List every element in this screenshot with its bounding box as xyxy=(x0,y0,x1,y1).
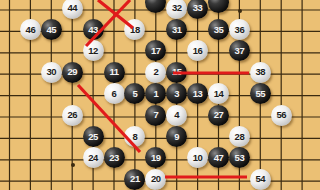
move-number: 19 xyxy=(151,153,161,163)
stone-b-25: 25 xyxy=(83,126,104,147)
move-number: 30 xyxy=(47,67,57,77)
move-number: 55 xyxy=(256,89,266,99)
stone-w-4: 4 xyxy=(166,105,187,126)
move-number: 36 xyxy=(235,25,245,35)
move-number: 27 xyxy=(214,110,224,120)
stone-b-23: 23 xyxy=(104,147,125,168)
move-number: 46 xyxy=(26,25,36,35)
move-number: 54 xyxy=(256,174,266,184)
move-number: 44 xyxy=(67,3,77,13)
move-number: 10 xyxy=(193,153,203,163)
stone-w-38: 38 xyxy=(250,62,271,83)
move-number: 17 xyxy=(151,46,161,56)
move-number: 8 xyxy=(132,132,137,142)
stone-w-30: 30 xyxy=(41,62,62,83)
move-number: 26 xyxy=(67,110,77,120)
move-number: 25 xyxy=(88,132,98,142)
move-number: 38 xyxy=(256,67,266,77)
move-number: 2 xyxy=(153,67,158,77)
stone-w-44: 44 xyxy=(62,0,83,19)
stone-b-35: 35 xyxy=(208,19,229,40)
move-number: 11 xyxy=(109,67,118,77)
move-number: 24 xyxy=(88,153,98,163)
stone-b-45: 45 xyxy=(41,19,62,40)
move-number: 29 xyxy=(67,67,77,77)
move-number: 31 xyxy=(172,25,182,35)
move-number: 35 xyxy=(214,25,224,35)
stone-b-11: 11 xyxy=(104,62,125,83)
stone-w-24: 24 xyxy=(83,147,104,168)
move-number: 20 xyxy=(151,174,161,184)
stone-w-36: 36 xyxy=(229,19,250,40)
move-number: 15 xyxy=(172,67,182,77)
move-number: 6 xyxy=(112,89,117,99)
stone-w-56: 56 xyxy=(271,105,292,126)
move-number: 23 xyxy=(109,153,119,163)
stone-b-29: 29 xyxy=(62,62,83,83)
move-number: 45 xyxy=(47,25,57,35)
move-number: 1 xyxy=(153,89,158,99)
stone-b-31: 31 xyxy=(166,19,187,40)
move-number: 9 xyxy=(174,132,179,142)
stone-w-6: 6 xyxy=(104,83,125,104)
move-number: 37 xyxy=(235,46,245,56)
move-number: 53 xyxy=(235,153,245,163)
move-number: 16 xyxy=(193,46,203,56)
move-number: 13 xyxy=(193,89,203,99)
stone-b-43: 43 xyxy=(83,19,104,40)
stone-w-26: 26 xyxy=(62,105,83,126)
stone-w-46: 46 xyxy=(20,19,41,40)
move-number: 56 xyxy=(276,110,286,120)
move-number: 43 xyxy=(88,25,98,35)
stone-b-33: 33 xyxy=(187,0,208,19)
move-number: 18 xyxy=(130,25,140,35)
stone-w-28: 28 xyxy=(229,126,250,147)
move-number: 32 xyxy=(172,3,182,13)
move-number: 12 xyxy=(88,46,98,56)
move-number: 14 xyxy=(214,89,224,99)
stone-w-20: 20 xyxy=(145,169,166,190)
move-number: 3 xyxy=(174,89,179,99)
move-number: 7 xyxy=(153,110,158,120)
move-number: 33 xyxy=(193,3,203,13)
move-number: 47 xyxy=(214,153,224,163)
stone-b-9: 9 xyxy=(166,126,187,147)
stone-w-32: 32 xyxy=(166,0,187,19)
stone-b-15: 15 xyxy=(166,62,187,83)
move-number: 28 xyxy=(235,132,245,142)
stone-b-27: 27 xyxy=(208,105,229,126)
move-number: 4 xyxy=(174,110,179,120)
stone-w-14: 14 xyxy=(208,83,229,104)
move-number: 5 xyxy=(132,89,137,99)
go-board[interactable]: 4432334645431831353612171637302911215386… xyxy=(0,0,320,190)
stone-w-54: 54 xyxy=(250,169,271,190)
stone-b-55: 55 xyxy=(250,83,271,104)
move-number: 21 xyxy=(130,174,140,184)
stone-b-21: 21 xyxy=(124,169,145,190)
stone-w-2: 2 xyxy=(145,62,166,83)
stone-w-12: 12 xyxy=(83,40,104,61)
stone-b-7: 7 xyxy=(145,105,166,126)
